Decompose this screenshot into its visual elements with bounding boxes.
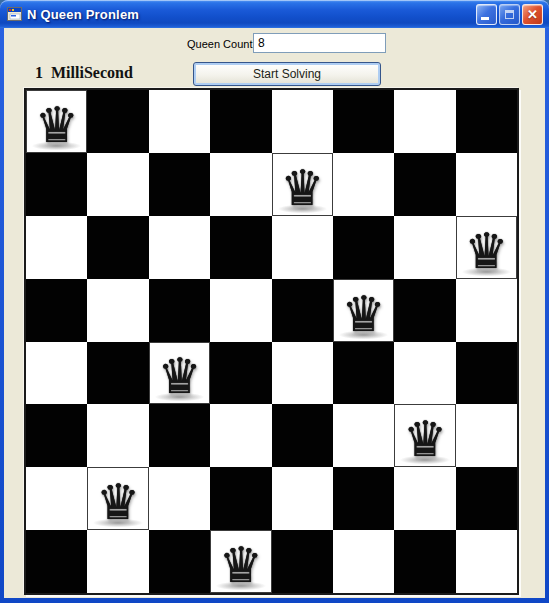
board-cell: [272, 342, 333, 405]
title-bar[interactable]: N Queen Pronlem ✕: [0, 0, 549, 28]
board-cell: [26, 216, 87, 279]
board-cell: [272, 279, 333, 342]
board-cell: [456, 90, 517, 153]
board-cell: [456, 467, 517, 530]
board-cell: [87, 279, 148, 342]
window-title: N Queen Pronlem: [27, 7, 139, 22]
black-queen-piece: ♛: [35, 98, 79, 154]
board-cell: [333, 467, 394, 530]
maximize-button[interactable]: [499, 4, 520, 25]
black-queen-piece: ♛: [96, 475, 140, 531]
close-button[interactable]: ✕: [522, 4, 543, 25]
board-cell: [210, 153, 271, 216]
black-queen-piece: ♛: [280, 161, 324, 217]
board-cell: [149, 530, 210, 593]
queen-cell: ♛: [26, 90, 87, 153]
black-queen-piece: ♛: [157, 349, 201, 405]
board-cell: [210, 90, 271, 153]
queen-cell: ♛: [87, 467, 148, 530]
elapsed-time-label: 1 MilliSecond: [35, 64, 133, 82]
board-cell: [26, 467, 87, 530]
board-cell: [87, 342, 148, 405]
board-cell: [394, 90, 455, 153]
board-cell: [26, 530, 87, 593]
queen-count-label: Queen Count:: [187, 38, 256, 50]
board-cell: [87, 90, 148, 153]
board-cell: [333, 404, 394, 467]
board-cell: [394, 342, 455, 405]
board-cell: [210, 216, 271, 279]
board-cell: [333, 90, 394, 153]
board-cell: [87, 530, 148, 593]
board-cell: [456, 153, 517, 216]
board-cell: [272, 530, 333, 593]
board-cell: [456, 279, 517, 342]
board-cell: [272, 404, 333, 467]
board-cell: [456, 404, 517, 467]
board-cell: [394, 216, 455, 279]
close-icon: ✕: [523, 5, 542, 24]
board-cell: [456, 342, 517, 405]
black-queen-piece: ♛: [464, 224, 508, 280]
board-cell: [26, 279, 87, 342]
board-cell: [210, 404, 271, 467]
minimize-button[interactable]: [476, 4, 497, 25]
app-icon: [7, 6, 23, 22]
board-cell: [394, 530, 455, 593]
form-client-area: Queen Count: Start Solving 1 MilliSecond…: [4, 28, 545, 598]
board-cell: [149, 216, 210, 279]
board-cell: [149, 467, 210, 530]
board-cell: [149, 279, 210, 342]
board-cell: [272, 467, 333, 530]
queen-cell: ♛: [272, 153, 333, 216]
queen-count-input[interactable]: [253, 33, 386, 53]
start-solving-button[interactable]: Start Solving: [193, 62, 381, 86]
queen-cell: ♛: [333, 279, 394, 342]
board-cell: [87, 153, 148, 216]
board-cell: [210, 279, 271, 342]
board-cell: [210, 342, 271, 405]
app-window: N Queen Pronlem ✕ Queen Count: Start Sol…: [0, 0, 549, 603]
chess-board: ♛♛♛♛♛♛♛♛: [24, 88, 519, 595]
queen-cell: ♛: [394, 404, 455, 467]
board-cell: [272, 90, 333, 153]
board-cell: [149, 90, 210, 153]
board-cell: [149, 404, 210, 467]
board-cell: [26, 342, 87, 405]
board-cell: [26, 153, 87, 216]
maximize-icon: [505, 10, 514, 19]
queen-cell: ♛: [149, 342, 210, 405]
board-cell: [394, 467, 455, 530]
board-cell: [26, 404, 87, 467]
board-cell: [87, 216, 148, 279]
window-controls: ✕: [476, 4, 543, 25]
board-cell: [272, 216, 333, 279]
minimize-icon: [481, 17, 489, 20]
board-cell: [210, 467, 271, 530]
queen-cell: ♛: [456, 216, 517, 279]
queen-cell: ♛: [210, 530, 271, 593]
board-cell: [87, 404, 148, 467]
black-queen-piece: ♛: [219, 538, 263, 594]
board-cell: [456, 530, 517, 593]
board-cell: [149, 153, 210, 216]
black-queen-piece: ♛: [342, 287, 386, 343]
black-queen-piece: ♛: [403, 412, 447, 468]
board-cell: [333, 153, 394, 216]
board-cell: [394, 279, 455, 342]
board-cell: [333, 342, 394, 405]
board-cell: [333, 530, 394, 593]
board-cell: [333, 216, 394, 279]
board-cell: [394, 153, 455, 216]
